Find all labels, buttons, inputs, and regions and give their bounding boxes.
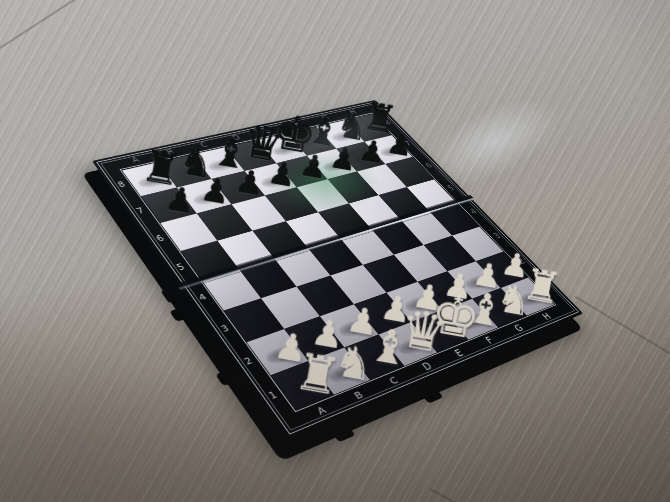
vignette (0, 0, 670, 502)
photo: ♜♞♝♛♚♝♞♜♟♟♟♟♟♟♟♟♟♟♟♟♟♟♟♟♜♞♝♛♚♝♞♜ 88AA77B… (0, 0, 670, 502)
